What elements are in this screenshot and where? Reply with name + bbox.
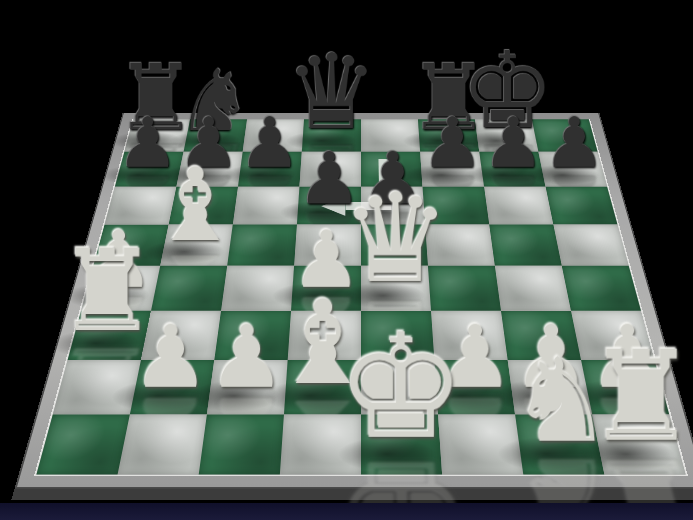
square-a1[interactable] xyxy=(36,414,129,474)
board-frame: ♜♜♞♞♛♛♜♜♚♚♟♟♟♟♟♟♟♟♟♟♟♟♟♟♟♟♝♝♟♟♟♟♛♛♜♜♟♟♟♟… xyxy=(17,113,693,487)
board-3d-tilt: ♜♜♞♞♛♛♜♜♚♚♟♟♟♟♟♟♟♟♟♟♟♟♟♟♟♟♝♝♟♟♟♟♛♛♜♜♟♟♟♟… xyxy=(17,113,693,487)
chessboard[interactable]: ♜♜♞♞♛♛♜♜♚♚♟♟♟♟♟♟♟♟♟♟♟♟♟♟♟♟♝♝♟♟♟♟♛♛♜♜♟♟♟♟… xyxy=(36,119,685,474)
game-viewport: ♜♜♞♞♛♛♜♜♚♚♟♟♟♟♟♟♟♟♟♟♟♟♟♟♟♟♝♝♟♟♟♟♛♛♜♜♟♟♟♟… xyxy=(0,0,693,520)
black-pawn-h7[interactable]: ♟ xyxy=(543,109,605,178)
black-pawn-c7[interactable]: ♟ xyxy=(239,109,301,178)
square-h5[interactable] xyxy=(553,225,628,266)
square-h4[interactable] xyxy=(562,266,641,311)
white-rook-h1[interactable]: ♜ xyxy=(585,334,693,459)
square-g4[interactable] xyxy=(495,266,571,311)
square-h7[interactable]: ♟♟ xyxy=(538,152,607,187)
bottom-strip xyxy=(0,503,693,520)
black-pawn-g7[interactable]: ♟ xyxy=(482,109,544,178)
white-pawn-b2[interactable]: ♟ xyxy=(132,314,209,400)
square-g5[interactable] xyxy=(489,225,562,266)
square-g6[interactable] xyxy=(484,187,553,225)
square-c1[interactable] xyxy=(199,414,284,474)
square-b1[interactable] xyxy=(118,414,207,474)
square-h1[interactable]: ♜♜ xyxy=(592,414,685,474)
white-king-e1[interactable]: ♚ xyxy=(336,315,466,460)
square-e1[interactable]: ♚♚ xyxy=(361,414,442,474)
square-h6[interactable] xyxy=(546,187,618,225)
square-b5[interactable]: ♝♝ xyxy=(160,225,233,266)
white-bishop-b5[interactable]: ♝ xyxy=(150,154,240,255)
square-b4[interactable] xyxy=(151,266,227,311)
square-c7[interactable]: ♟♟ xyxy=(238,152,302,187)
